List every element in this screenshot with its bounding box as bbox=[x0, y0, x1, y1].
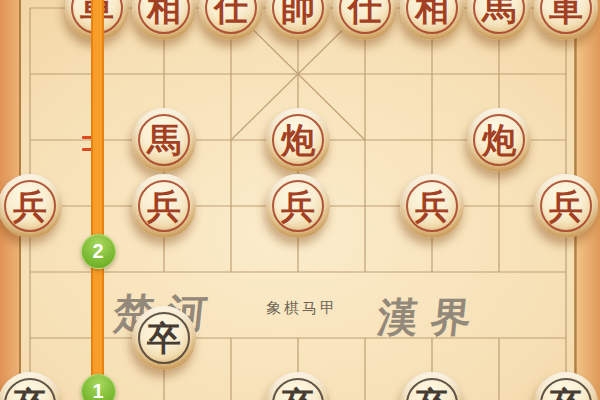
piece-glyph: 相 bbox=[132, 0, 196, 40]
piece-glyph: 卒 bbox=[534, 372, 598, 400]
piece-red-soldier-5[interactable]: 兵 bbox=[534, 174, 598, 238]
piece-glyph: 帥 bbox=[266, 0, 330, 40]
piece-glyph: 兵 bbox=[534, 174, 598, 238]
piece-black-soldier-advanced[interactable]: 卒 bbox=[132, 306, 196, 370]
piece-glyph: 仕 bbox=[199, 0, 263, 40]
piece-glyph: 卒 bbox=[266, 372, 330, 400]
piece-glyph: 卒 bbox=[132, 306, 196, 370]
piece-glyph: 兵 bbox=[266, 174, 330, 238]
piece-glyph: 炮 bbox=[266, 108, 330, 172]
piece-glyph: 兵 bbox=[0, 174, 62, 238]
piece-glyph: 炮 bbox=[467, 108, 531, 172]
river-label-han-jie: 漢界 bbox=[375, 290, 487, 345]
piece-red-elephant-left[interactable]: 相 bbox=[132, 0, 196, 40]
piece-red-horse-left[interactable]: 馬 bbox=[132, 108, 196, 172]
piece-glyph: 仕 bbox=[333, 0, 397, 40]
piece-glyph: 馬 bbox=[467, 0, 531, 40]
move-step-badge: 2 bbox=[81, 234, 116, 269]
move-arrow-line bbox=[91, 0, 104, 400]
app-watermark: 象棋马甲 bbox=[266, 299, 338, 318]
piece-black-soldier-4[interactable]: 卒 bbox=[400, 372, 464, 400]
piece-glyph: 卒 bbox=[0, 372, 62, 400]
piece-red-advisor-right[interactable]: 仕 bbox=[333, 0, 397, 40]
piece-red-soldier-4[interactable]: 兵 bbox=[400, 174, 464, 238]
piece-red-cannon-right[interactable]: 炮 bbox=[467, 108, 531, 172]
piece-red-horse-right[interactable]: 馬 bbox=[467, 0, 531, 40]
piece-red-soldier-1[interactable]: 兵 bbox=[0, 174, 62, 238]
piece-glyph: 兵 bbox=[400, 174, 464, 238]
piece-black-soldier-3[interactable]: 卒 bbox=[266, 372, 330, 400]
piece-black-soldier-1[interactable]: 卒 bbox=[0, 372, 62, 400]
piece-black-soldier-5[interactable]: 卒 bbox=[534, 372, 598, 400]
piece-red-soldier-3[interactable]: 兵 bbox=[266, 174, 330, 238]
xiangqi-board[interactable]: 楚河 漢界 象棋马甲 車相仕帥仕相馬車馬炮炮兵兵兵兵兵卒卒卒卒卒 21 bbox=[0, 0, 600, 400]
piece-glyph: 相 bbox=[400, 0, 464, 40]
piece-red-advisor-left[interactable]: 仕 bbox=[199, 0, 263, 40]
piece-red-elephant-right[interactable]: 相 bbox=[400, 0, 464, 40]
piece-red-chariot-right[interactable]: 車 bbox=[534, 0, 598, 40]
piece-red-general[interactable]: 帥 bbox=[266, 0, 330, 40]
piece-glyph: 車 bbox=[534, 0, 598, 40]
piece-red-cannon-center[interactable]: 炮 bbox=[266, 108, 330, 172]
piece-glyph: 兵 bbox=[132, 174, 196, 238]
piece-red-soldier-2[interactable]: 兵 bbox=[132, 174, 196, 238]
piece-glyph: 卒 bbox=[400, 372, 464, 400]
piece-glyph: 馬 bbox=[132, 108, 196, 172]
